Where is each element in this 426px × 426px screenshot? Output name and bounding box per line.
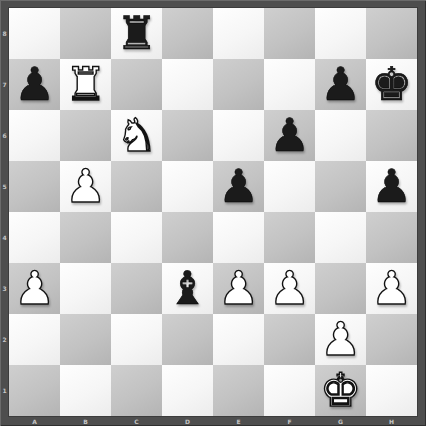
piece-white-pawn-g2[interactable]: ♟ bbox=[320, 316, 361, 362]
file-label-h: H bbox=[366, 416, 417, 426]
square-g8[interactable] bbox=[315, 8, 366, 59]
rank-label-6: 6 bbox=[0, 110, 9, 161]
rank-label-2: 2 bbox=[0, 314, 9, 365]
square-c1[interactable] bbox=[111, 365, 162, 416]
square-d1[interactable] bbox=[162, 365, 213, 416]
piece-black-king-h7[interactable]: ♚ bbox=[371, 61, 412, 107]
square-c2[interactable] bbox=[111, 314, 162, 365]
square-b2[interactable] bbox=[60, 314, 111, 365]
square-h8[interactable] bbox=[366, 8, 417, 59]
square-g1[interactable]: ♚ bbox=[315, 365, 366, 416]
file-label-b: B bbox=[60, 416, 111, 426]
square-b8[interactable] bbox=[60, 8, 111, 59]
square-f8[interactable] bbox=[264, 8, 315, 59]
piece-black-pawn-e5[interactable]: ♟ bbox=[218, 163, 259, 209]
square-f3[interactable]: ♟ bbox=[264, 263, 315, 314]
piece-white-pawn-e3[interactable]: ♟ bbox=[218, 265, 259, 311]
square-c8[interactable]: ♜ bbox=[111, 8, 162, 59]
square-h2[interactable] bbox=[366, 314, 417, 365]
piece-white-knight-c6[interactable]: ♞ bbox=[116, 112, 157, 158]
square-d5[interactable] bbox=[162, 161, 213, 212]
square-h1[interactable] bbox=[366, 365, 417, 416]
square-d6[interactable] bbox=[162, 110, 213, 161]
square-c7[interactable] bbox=[111, 59, 162, 110]
piece-black-pawn-f6[interactable]: ♟ bbox=[269, 112, 310, 158]
square-a8[interactable] bbox=[9, 8, 60, 59]
square-a1[interactable] bbox=[9, 365, 60, 416]
square-a6[interactable] bbox=[9, 110, 60, 161]
square-f4[interactable] bbox=[264, 212, 315, 263]
square-e5[interactable]: ♟ bbox=[213, 161, 264, 212]
piece-white-rook-b7[interactable]: ♜ bbox=[65, 61, 106, 107]
square-b4[interactable] bbox=[60, 212, 111, 263]
square-b3[interactable] bbox=[60, 263, 111, 314]
square-a3[interactable]: ♟ bbox=[9, 263, 60, 314]
square-b6[interactable] bbox=[60, 110, 111, 161]
piece-black-bishop-d3[interactable]: ♝ bbox=[167, 265, 208, 311]
square-h5[interactable]: ♟ bbox=[366, 161, 417, 212]
square-f2[interactable] bbox=[264, 314, 315, 365]
square-g4[interactable] bbox=[315, 212, 366, 263]
square-c6[interactable]: ♞ bbox=[111, 110, 162, 161]
square-a7[interactable]: ♟ bbox=[9, 59, 60, 110]
square-c5[interactable] bbox=[111, 161, 162, 212]
square-b5[interactable]: ♟ bbox=[60, 161, 111, 212]
square-b7[interactable]: ♜ bbox=[60, 59, 111, 110]
square-f5[interactable] bbox=[264, 161, 315, 212]
square-e3[interactable]: ♟ bbox=[213, 263, 264, 314]
square-d7[interactable] bbox=[162, 59, 213, 110]
file-label-g: G bbox=[315, 416, 366, 426]
rank-label-5: 5 bbox=[0, 161, 9, 212]
rank-labels: 87654321 bbox=[0, 8, 9, 416]
file-labels: ABCDEFGH bbox=[9, 416, 417, 426]
piece-white-pawn-f3[interactable]: ♟ bbox=[269, 265, 310, 311]
square-e1[interactable] bbox=[213, 365, 264, 416]
piece-black-rook-c8[interactable]: ♜ bbox=[116, 10, 157, 56]
square-e7[interactable] bbox=[213, 59, 264, 110]
square-d3[interactable]: ♝ bbox=[162, 263, 213, 314]
square-f6[interactable]: ♟ bbox=[264, 110, 315, 161]
piece-white-pawn-b5[interactable]: ♟ bbox=[65, 163, 106, 209]
square-d2[interactable] bbox=[162, 314, 213, 365]
square-g7[interactable]: ♟ bbox=[315, 59, 366, 110]
file-label-e: E bbox=[213, 416, 264, 426]
square-a2[interactable] bbox=[9, 314, 60, 365]
square-e8[interactable] bbox=[213, 8, 264, 59]
piece-white-king-g1[interactable]: ♚ bbox=[320, 367, 361, 413]
square-a5[interactable] bbox=[9, 161, 60, 212]
square-h4[interactable] bbox=[366, 212, 417, 263]
rank-label-4: 4 bbox=[0, 212, 9, 263]
piece-white-pawn-h3[interactable]: ♟ bbox=[371, 265, 412, 311]
square-d4[interactable] bbox=[162, 212, 213, 263]
square-e6[interactable] bbox=[213, 110, 264, 161]
file-label-a: A bbox=[9, 416, 60, 426]
piece-white-pawn-a3[interactable]: ♟ bbox=[14, 265, 55, 311]
square-h7[interactable]: ♚ bbox=[366, 59, 417, 110]
square-a4[interactable] bbox=[9, 212, 60, 263]
piece-black-pawn-a7[interactable]: ♟ bbox=[14, 61, 55, 107]
square-g5[interactable] bbox=[315, 161, 366, 212]
piece-black-pawn-g7[interactable]: ♟ bbox=[320, 61, 361, 107]
square-c4[interactable] bbox=[111, 212, 162, 263]
rank-label-7: 7 bbox=[0, 59, 9, 110]
file-label-c: C bbox=[111, 416, 162, 426]
piece-black-pawn-h5[interactable]: ♟ bbox=[371, 163, 412, 209]
square-e4[interactable] bbox=[213, 212, 264, 263]
chess-board: ♜♟♜♟♚♞♟♟♟♟♟♝♟♟♟♟♚ bbox=[9, 8, 417, 416]
square-g3[interactable] bbox=[315, 263, 366, 314]
square-e2[interactable] bbox=[213, 314, 264, 365]
square-f1[interactable] bbox=[264, 365, 315, 416]
square-c3[interactable] bbox=[111, 263, 162, 314]
rank-label-1: 1 bbox=[0, 365, 9, 416]
rank-label-8: 8 bbox=[0, 8, 9, 59]
square-f7[interactable] bbox=[264, 59, 315, 110]
chess-board-frame: 87654321 ♜♟♜♟♚♞♟♟♟♟♟♝♟♟♟♟♚ ABCDEFGH bbox=[0, 0, 426, 426]
file-label-f: F bbox=[264, 416, 315, 426]
square-g6[interactable] bbox=[315, 110, 366, 161]
square-g2[interactable]: ♟ bbox=[315, 314, 366, 365]
square-b1[interactable] bbox=[60, 365, 111, 416]
file-label-d: D bbox=[162, 416, 213, 426]
rank-label-3: 3 bbox=[0, 263, 9, 314]
square-h3[interactable]: ♟ bbox=[366, 263, 417, 314]
square-d8[interactable] bbox=[162, 8, 213, 59]
square-h6[interactable] bbox=[366, 110, 417, 161]
